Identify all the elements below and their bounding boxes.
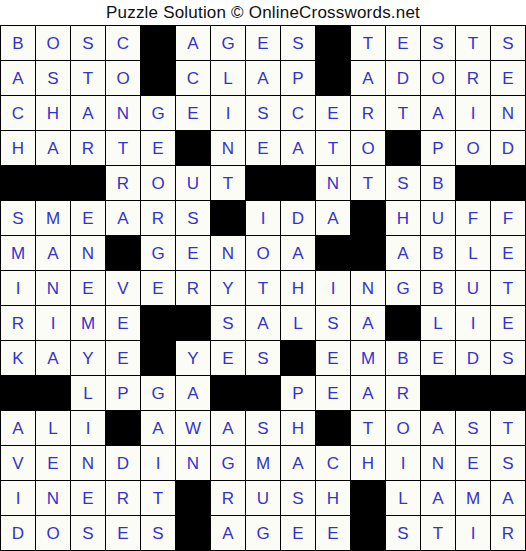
grid-cell[interactable]: Y xyxy=(211,271,245,305)
grid-cell[interactable]: R xyxy=(386,376,420,410)
grid-cell[interactable]: H xyxy=(316,481,350,515)
block-cell xyxy=(386,306,420,340)
grid-cell[interactable]: N xyxy=(351,271,385,305)
grid-cell[interactable]: E xyxy=(176,236,210,270)
grid-cell[interactable]: A xyxy=(421,481,455,515)
block-cell xyxy=(1,376,35,410)
grid-cell[interactable]: C xyxy=(1,96,35,130)
grid-cell[interactable]: L xyxy=(456,236,490,270)
grid-cell[interactable]: L xyxy=(211,61,245,95)
grid-cell[interactable]: T xyxy=(141,481,175,515)
block-cell xyxy=(316,236,350,270)
grid-cell[interactable]: O xyxy=(386,411,420,445)
block-cell xyxy=(176,481,210,515)
grid-cell[interactable]: U xyxy=(456,271,490,305)
grid-cell[interactable]: A xyxy=(176,26,210,60)
grid-cell[interactable]: D xyxy=(456,341,490,375)
grid-cell[interactable]: S xyxy=(386,166,420,200)
grid-cell[interactable]: E xyxy=(491,236,525,270)
grid-cell[interactable]: E xyxy=(316,96,350,130)
grid-cell[interactable]: E xyxy=(211,341,245,375)
grid-cell[interactable]: P xyxy=(106,376,140,410)
block-cell xyxy=(316,61,350,95)
grid-cell[interactable]: G xyxy=(141,96,175,130)
grid-cell[interactable]: I xyxy=(36,306,70,340)
grid-cell[interactable]: H xyxy=(36,96,70,130)
grid-cell[interactable]: G xyxy=(141,376,175,410)
grid-cell[interactable]: E xyxy=(316,376,350,410)
grid-cell[interactable]: A xyxy=(281,446,315,480)
grid-cell[interactable]: S xyxy=(281,481,315,515)
grid-cell[interactable]: A xyxy=(36,131,70,165)
grid-cell[interactable]: E xyxy=(71,481,105,515)
grid-cell[interactable]: K xyxy=(1,341,35,375)
grid-cell[interactable]: N xyxy=(106,96,140,130)
grid-cell[interactable]: G xyxy=(141,236,175,270)
grid-cell[interactable]: T xyxy=(246,271,280,305)
grid-cell[interactable]: A xyxy=(246,306,280,340)
grid-cell[interactable]: S xyxy=(421,26,455,60)
grid-cell[interactable]: E xyxy=(71,201,105,235)
grid-cell[interactable]: C xyxy=(316,446,350,480)
block-cell xyxy=(246,166,280,200)
grid-cell[interactable]: M xyxy=(351,341,385,375)
grid-cell[interactable]: E xyxy=(176,96,210,130)
grid-cell[interactable]: E xyxy=(316,341,350,375)
grid-cell[interactable]: T xyxy=(456,26,490,60)
grid-cell[interactable]: N xyxy=(211,131,245,165)
grid-cell[interactable]: H xyxy=(386,201,420,235)
grid-cell[interactable]: T xyxy=(491,271,525,305)
grid-cell[interactable]: I xyxy=(386,446,420,480)
block-cell xyxy=(141,61,175,95)
grid-cell[interactable]: S xyxy=(246,341,280,375)
grid-cell[interactable]: R xyxy=(456,61,490,95)
grid-cell[interactable]: R xyxy=(106,481,140,515)
grid-cell[interactable]: I xyxy=(456,306,490,340)
grid-cell[interactable]: O xyxy=(246,236,280,270)
grid-cell[interactable]: S xyxy=(71,516,105,550)
grid-cell[interactable]: T xyxy=(316,131,350,165)
grid-cell[interactable]: E xyxy=(106,516,140,550)
crossword-solution-page: Puzzle Solution © OnlineCrosswords.net B… xyxy=(0,0,526,551)
grid-cell[interactable]: S xyxy=(176,201,210,235)
grid-cell[interactable]: O xyxy=(36,516,70,550)
grid-cell[interactable]: E xyxy=(316,516,350,550)
block-cell xyxy=(211,201,245,235)
grid-cell[interactable]: N xyxy=(176,446,210,480)
grid-cell[interactable]: A xyxy=(281,236,315,270)
grid-cell[interactable]: D xyxy=(106,446,140,480)
grid-cell[interactable]: E xyxy=(281,516,315,550)
grid-cell[interactable]: A xyxy=(351,376,385,410)
block-cell xyxy=(281,341,315,375)
grid-cell[interactable]: R xyxy=(491,516,525,550)
grid-cell[interactable]: R xyxy=(141,201,175,235)
grid-cell[interactable]: L xyxy=(281,306,315,340)
grid-cell[interactable]: C xyxy=(176,61,210,95)
grid-cell[interactable]: I xyxy=(316,271,350,305)
grid-cell[interactable]: T xyxy=(106,131,140,165)
grid-cell[interactable]: S xyxy=(211,306,245,340)
grid-cell[interactable]: G xyxy=(211,446,245,480)
grid-cell[interactable]: U xyxy=(246,481,280,515)
grid-cell[interactable]: P xyxy=(281,376,315,410)
grid-cell[interactable]: S xyxy=(141,516,175,550)
grid-cell[interactable]: S xyxy=(491,26,525,60)
block-cell xyxy=(246,376,280,410)
grid-cell[interactable]: A xyxy=(106,201,140,235)
grid-cell[interactable]: W xyxy=(176,411,210,445)
grid-cell[interactable]: V xyxy=(1,446,35,480)
grid-cell[interactable]: I xyxy=(211,96,245,130)
grid-cell[interactable]: Y xyxy=(176,341,210,375)
grid-cell[interactable]: A xyxy=(421,96,455,130)
grid-cell[interactable]: B xyxy=(1,26,35,60)
block-cell xyxy=(176,131,210,165)
grid-cell[interactable]: P xyxy=(421,131,455,165)
block-cell xyxy=(141,26,175,60)
grid-cell[interactable]: A xyxy=(421,411,455,445)
block-cell xyxy=(176,306,210,340)
grid-cell[interactable]: H xyxy=(1,131,35,165)
block-cell xyxy=(316,26,350,60)
grid-cell[interactable]: E xyxy=(456,446,490,480)
grid-cell[interactable]: S xyxy=(491,446,525,480)
grid-cell[interactable]: D xyxy=(491,131,525,165)
grid-cell[interactable]: R xyxy=(351,96,385,130)
grid-cell[interactable]: S xyxy=(246,96,280,130)
grid-cell[interactable]: S xyxy=(71,26,105,60)
grid-cell[interactable]: G xyxy=(386,271,420,305)
grid-cell[interactable]: R xyxy=(176,271,210,305)
block-cell xyxy=(316,411,350,445)
grid-cell[interactable]: I xyxy=(1,481,35,515)
grid-cell[interactable]: T xyxy=(211,166,245,200)
grid-cell[interactable]: T xyxy=(421,516,455,550)
grid-cell[interactable]: A xyxy=(71,96,105,130)
grid-cell[interactable]: E xyxy=(246,131,280,165)
grid-cell[interactable]: S xyxy=(491,341,525,375)
grid-cell[interactable]: B xyxy=(421,236,455,270)
block-cell xyxy=(456,376,490,410)
grid-cell[interactable]: F xyxy=(491,201,525,235)
grid-cell[interactable]: M xyxy=(246,446,280,480)
block-cell xyxy=(351,481,385,515)
grid-cell[interactable]: C xyxy=(106,26,140,60)
grid-cell[interactable]: E xyxy=(386,26,420,60)
grid-cell[interactable]: A xyxy=(491,481,525,515)
grid-cell[interactable]: S xyxy=(316,306,350,340)
grid-cell[interactable]: G xyxy=(246,516,280,550)
block-cell xyxy=(141,306,175,340)
grid-cell[interactable]: M xyxy=(71,306,105,340)
grid-cell[interactable]: I xyxy=(71,411,105,445)
grid-cell[interactable]: T xyxy=(351,166,385,200)
grid-cell[interactable]: A xyxy=(246,61,280,95)
grid-cell[interactable]: A xyxy=(141,411,175,445)
grid-cell[interactable]: T xyxy=(71,61,105,95)
grid-cell[interactable]: A xyxy=(36,341,70,375)
grid-cell[interactable]: C xyxy=(281,96,315,130)
grid-cell[interactable]: T xyxy=(491,411,525,445)
grid-cell[interactable]: R xyxy=(211,481,245,515)
grid-cell[interactable]: R xyxy=(71,131,105,165)
grid-cell[interactable]: G xyxy=(211,26,245,60)
grid-cell[interactable]: T xyxy=(386,96,420,130)
crossword-grid: BOSCAGESTESTSASTOCLAPADORECHANGEISCERTAI… xyxy=(0,25,526,551)
grid-cell[interactable]: O xyxy=(36,26,70,60)
grid-cell[interactable]: L xyxy=(386,481,420,515)
grid-cell[interactable]: Y xyxy=(71,341,105,375)
grid-cell[interactable]: M xyxy=(456,481,490,515)
block-cell xyxy=(456,166,490,200)
grid-cell[interactable]: I xyxy=(456,96,490,130)
grid-cell[interactable]: E xyxy=(491,306,525,340)
grid-cell[interactable]: F xyxy=(456,201,490,235)
grid-cell[interactable]: O xyxy=(106,61,140,95)
grid-cell[interactable]: B xyxy=(386,341,420,375)
grid-cell[interactable]: E xyxy=(141,271,175,305)
grid-cell[interactable]: E xyxy=(71,271,105,305)
grid-cell[interactable]: B xyxy=(421,166,455,200)
block-cell xyxy=(351,516,385,550)
grid-cell[interactable]: A xyxy=(1,61,35,95)
grid-cell[interactable]: O xyxy=(351,131,385,165)
grid-cell[interactable]: L xyxy=(71,376,105,410)
grid-cell[interactable]: E xyxy=(491,61,525,95)
grid-cell[interactable]: A xyxy=(386,236,420,270)
grid-cell[interactable]: S xyxy=(456,411,490,445)
grid-cell[interactable]: E xyxy=(106,306,140,340)
grid-cell[interactable]: I xyxy=(141,446,175,480)
block-cell xyxy=(71,166,105,200)
grid-cell[interactable]: S xyxy=(1,201,35,235)
grid-cell[interactable]: V xyxy=(106,271,140,305)
grid-cell[interactable]: A xyxy=(351,61,385,95)
grid-cell[interactable]: A xyxy=(316,201,350,235)
grid-cell[interactable]: H xyxy=(281,411,315,445)
block-cell xyxy=(491,376,525,410)
grid-cell[interactable]: E xyxy=(36,446,70,480)
block-cell xyxy=(421,376,455,410)
block-cell xyxy=(351,201,385,235)
grid-cell[interactable]: H xyxy=(281,271,315,305)
grid-cell[interactable]: I xyxy=(1,271,35,305)
grid-cell[interactable]: I xyxy=(246,201,280,235)
grid-cell[interactable]: S xyxy=(36,61,70,95)
grid-cell[interactable]: E xyxy=(421,341,455,375)
grid-cell[interactable]: A xyxy=(211,516,245,550)
grid-cell[interactable]: U xyxy=(176,166,210,200)
block-cell xyxy=(176,516,210,550)
block-cell xyxy=(351,236,385,270)
grid-cell[interactable]: A xyxy=(176,376,210,410)
grid-cell[interactable]: O xyxy=(456,131,490,165)
grid-cell[interactable]: E xyxy=(106,341,140,375)
grid-cell[interactable]: O xyxy=(141,166,175,200)
grid-cell[interactable]: O xyxy=(421,61,455,95)
grid-cell[interactable]: A xyxy=(36,236,70,270)
grid-cell[interactable]: S xyxy=(386,516,420,550)
grid-cell[interactable]: H xyxy=(351,446,385,480)
block-cell xyxy=(211,376,245,410)
grid-cell[interactable]: A xyxy=(351,306,385,340)
grid-cell[interactable]: S xyxy=(246,411,280,445)
block-cell xyxy=(281,166,315,200)
grid-cell[interactable]: T xyxy=(351,26,385,60)
grid-cell[interactable]: N xyxy=(421,446,455,480)
grid-cell[interactable]: I xyxy=(456,516,490,550)
grid-cell[interactable]: M xyxy=(1,236,35,270)
grid-cell[interactable]: N xyxy=(71,446,105,480)
grid-cell[interactable]: R xyxy=(1,306,35,340)
grid-cell[interactable]: N xyxy=(211,236,245,270)
grid-cell[interactable]: S xyxy=(281,26,315,60)
block-cell xyxy=(386,131,420,165)
grid-cell[interactable]: E xyxy=(141,131,175,165)
block-cell xyxy=(36,166,70,200)
grid-cell[interactable]: M xyxy=(36,201,70,235)
grid-cell[interactable]: N xyxy=(36,481,70,515)
block-cell xyxy=(36,376,70,410)
grid-cell[interactable]: A xyxy=(211,411,245,445)
grid-cell[interactable]: D xyxy=(386,61,420,95)
grid-cell[interactable]: R xyxy=(106,166,140,200)
grid-cell[interactable]: E xyxy=(246,26,280,60)
grid-cell[interactable]: D xyxy=(1,516,35,550)
grid-cell[interactable]: U xyxy=(421,201,455,235)
grid-cell[interactable]: N xyxy=(316,166,350,200)
block-cell xyxy=(1,166,35,200)
grid-cell[interactable]: T xyxy=(351,411,385,445)
block-cell xyxy=(106,411,140,445)
grid-cell[interactable]: N xyxy=(491,96,525,130)
block-cell xyxy=(491,166,525,200)
grid-cell[interactable]: N xyxy=(71,236,105,270)
grid-cell[interactable]: N xyxy=(36,271,70,305)
block-cell xyxy=(141,341,175,375)
grid-cell[interactable]: A xyxy=(281,131,315,165)
grid-cell[interactable]: D xyxy=(281,201,315,235)
grid-cell[interactable]: L xyxy=(36,411,70,445)
grid-cell[interactable]: A xyxy=(1,411,35,445)
page-title: Puzzle Solution © OnlineCrosswords.net xyxy=(0,0,526,25)
grid-cell[interactable]: P xyxy=(281,61,315,95)
block-cell xyxy=(106,236,140,270)
grid-cell[interactable]: L xyxy=(421,306,455,340)
grid-cell[interactable]: B xyxy=(421,271,455,305)
